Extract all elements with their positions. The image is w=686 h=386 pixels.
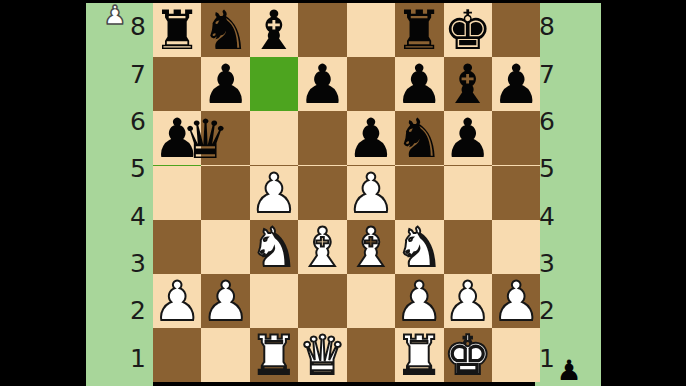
rank-label-1-left: 1 [86, 335, 152, 382]
piece-black-bishop-g7: ♝ [444, 58, 492, 112]
piece-white-rook-c1: ♜ [250, 329, 298, 383]
piece-white-bishop-d3: ♝ [298, 221, 346, 275]
square-a1[interactable] [153, 328, 201, 382]
square-g2[interactable]: ♟ [444, 274, 492, 328]
rank-label-8-right: 8 [535, 3, 601, 50]
rank-label-2-right: 2 [535, 287, 601, 334]
square-b1[interactable] [201, 328, 249, 382]
square-c8[interactable]: ♝ [250, 3, 298, 57]
square-a3[interactable] [153, 220, 201, 274]
square-a8[interactable]: ♜ [153, 3, 201, 57]
square-g3[interactable] [444, 220, 492, 274]
square-c7[interactable] [250, 57, 298, 111]
square-f3[interactable]: ♞ [395, 220, 443, 274]
square-c3[interactable]: ♞ [250, 220, 298, 274]
square-g4[interactable] [444, 166, 492, 220]
square-b4[interactable] [201, 166, 249, 220]
piece-white-knight-f3: ♞ [395, 221, 443, 275]
rank-label-6-left: 6 [86, 98, 152, 145]
square-h8[interactable] [492, 3, 540, 57]
square-b8[interactable]: ♞ [201, 3, 249, 57]
piece-white-bishop-e3: ♝ [347, 221, 395, 275]
square-g1[interactable]: ♚ [444, 328, 492, 382]
square-f7[interactable]: ♟ [395, 57, 443, 111]
square-e3[interactable]: ♝ [347, 220, 395, 274]
piece-white-rook-f1: ♜ [395, 329, 443, 383]
piece-white-pawn-c4: ♟ [250, 167, 298, 221]
rank-label-5-left: 5 [86, 145, 152, 192]
square-e2[interactable] [347, 274, 395, 328]
piece-black-pawn-g6: ♟ [444, 112, 492, 166]
square-h7[interactable]: ♟ [492, 57, 540, 111]
letterbox-left [0, 0, 86, 386]
square-c4[interactable]: ♟ [250, 166, 298, 220]
piece-black-bishop-c8: ♝ [250, 4, 298, 58]
white-pawn-icon: ♟ [101, 1, 129, 29]
piece-black-pawn-b7: ♟ [201, 58, 249, 112]
square-h3[interactable] [492, 220, 540, 274]
square-a7[interactable] [153, 57, 201, 111]
piece-black-rook-a8: ♜ [153, 4, 201, 58]
video-frame: 87654321 ♜♞♝♜♚♟♟♟♝♟♟♟♞♟♟♟♞♝♝♞♟♟♟♟♟♜♛♜♚♛ … [0, 0, 686, 386]
piece-black-pawn-e6: ♟ [347, 112, 395, 166]
square-e6[interactable]: ♟ [347, 111, 395, 165]
square-e4[interactable]: ♟ [347, 166, 395, 220]
square-g8[interactable]: ♚ [444, 3, 492, 57]
square-f2[interactable]: ♟ [395, 274, 443, 328]
rank-label-3-right: 3 [535, 240, 601, 287]
square-e7[interactable] [347, 57, 395, 111]
square-d8[interactable] [298, 3, 346, 57]
square-b7[interactable]: ♟ [201, 57, 249, 111]
piece-white-pawn-g2: ♟ [444, 275, 492, 329]
square-d6[interactable] [298, 111, 346, 165]
piece-white-queen-d1: ♛ [298, 329, 346, 383]
rank-label-7-right: 7 [535, 50, 601, 97]
piece-black-rook-f8: ♜ [395, 4, 443, 58]
square-f6[interactable]: ♞ [395, 111, 443, 165]
square-a4[interactable] [153, 166, 201, 220]
rank-label-3-left: 3 [86, 240, 152, 287]
rank-label-6-right: 6 [535, 98, 601, 145]
square-d7[interactable]: ♟ [298, 57, 346, 111]
piece-white-pawn-h2: ♟ [492, 275, 540, 329]
piece-white-pawn-a2: ♟ [153, 275, 201, 329]
piece-black-pawn-h7: ♟ [492, 58, 540, 112]
square-d2[interactable] [298, 274, 346, 328]
piece-white-knight-c3: ♞ [250, 221, 298, 275]
square-h6[interactable] [492, 111, 540, 165]
piece-white-pawn-f2: ♟ [395, 275, 443, 329]
rank-label-5-right: 5 [535, 145, 601, 192]
animating-black-queen[interactable]: ♛ [181, 113, 229, 167]
square-d4[interactable] [298, 166, 346, 220]
square-a2[interactable]: ♟ [153, 274, 201, 328]
square-b3[interactable] [201, 220, 249, 274]
square-h4[interactable] [492, 166, 540, 220]
piece-white-pawn-e4: ♟ [347, 167, 395, 221]
rank-label-4-right: 4 [535, 193, 601, 240]
square-d1[interactable]: ♛ [298, 328, 346, 382]
rank-labels-right: 87654321 [535, 3, 601, 382]
square-h2[interactable]: ♟ [492, 274, 540, 328]
rank-label-7-left: 7 [86, 50, 152, 97]
square-e8[interactable] [347, 3, 395, 57]
square-b2[interactable]: ♟ [201, 274, 249, 328]
square-c1[interactable]: ♜ [250, 328, 298, 382]
chess-app-background: 87654321 ♜♞♝♜♚♟♟♟♝♟♟♟♞♟♟♟♞♝♝♞♟♟♟♟♟♜♛♜♚♛ … [86, 3, 601, 386]
square-d3[interactable]: ♝ [298, 220, 346, 274]
square-c6[interactable] [250, 111, 298, 165]
square-f1[interactable]: ♜ [395, 328, 443, 382]
square-g6[interactable]: ♟ [444, 111, 492, 165]
square-e1[interactable] [347, 328, 395, 382]
piece-black-knight-b8: ♞ [201, 4, 249, 58]
black-pawn-icon: ♟ [555, 357, 583, 385]
piece-black-pawn-d7: ♟ [298, 58, 346, 112]
rank-labels-left: 87654321 [86, 3, 152, 382]
rank-label-4-left: 4 [86, 193, 152, 240]
piece-black-king-g8: ♚ [444, 4, 492, 58]
piece-black-pawn-f7: ♟ [395, 58, 443, 112]
piece-black-knight-f6: ♞ [395, 112, 443, 166]
letterbox-right [601, 0, 686, 386]
square-g7[interactable]: ♝ [444, 57, 492, 111]
chess-board[interactable]: ♜♞♝♜♚♟♟♟♝♟♟♟♞♟♟♟♞♝♝♞♟♟♟♟♟♜♛♜♚♛ [153, 3, 535, 386]
square-f4[interactable] [395, 166, 443, 220]
square-f8[interactable]: ♜ [395, 3, 443, 57]
piece-white-king-g1: ♚ [444, 329, 492, 383]
piece-white-pawn-b2: ♟ [201, 275, 249, 329]
square-c2[interactable] [250, 274, 298, 328]
rank-label-2-left: 2 [86, 287, 152, 334]
square-h1[interactable] [492, 328, 540, 382]
